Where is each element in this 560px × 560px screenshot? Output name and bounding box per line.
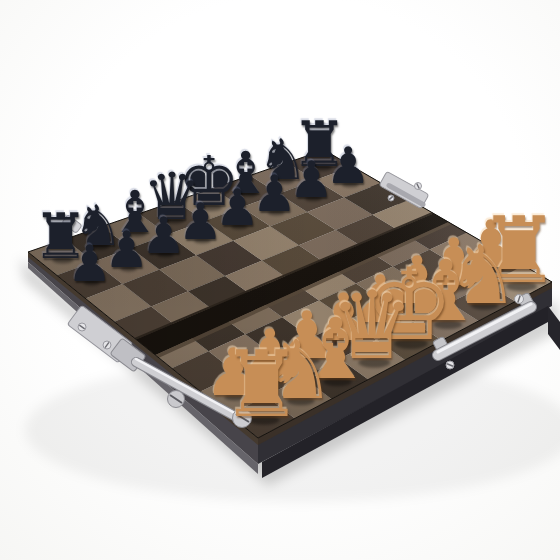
scene: ♜♞♝♛♚♝♞♜♟♟♟♟♟♟♟♟♟♟♟♟♟♟♟♟♜♞♝♛♚♝♞♜ [0,0,560,560]
piece-white-rook-a1[interactable]: ♜ [216,339,308,431]
piece-black-pawn-a7[interactable]: ♟ [64,239,115,290]
